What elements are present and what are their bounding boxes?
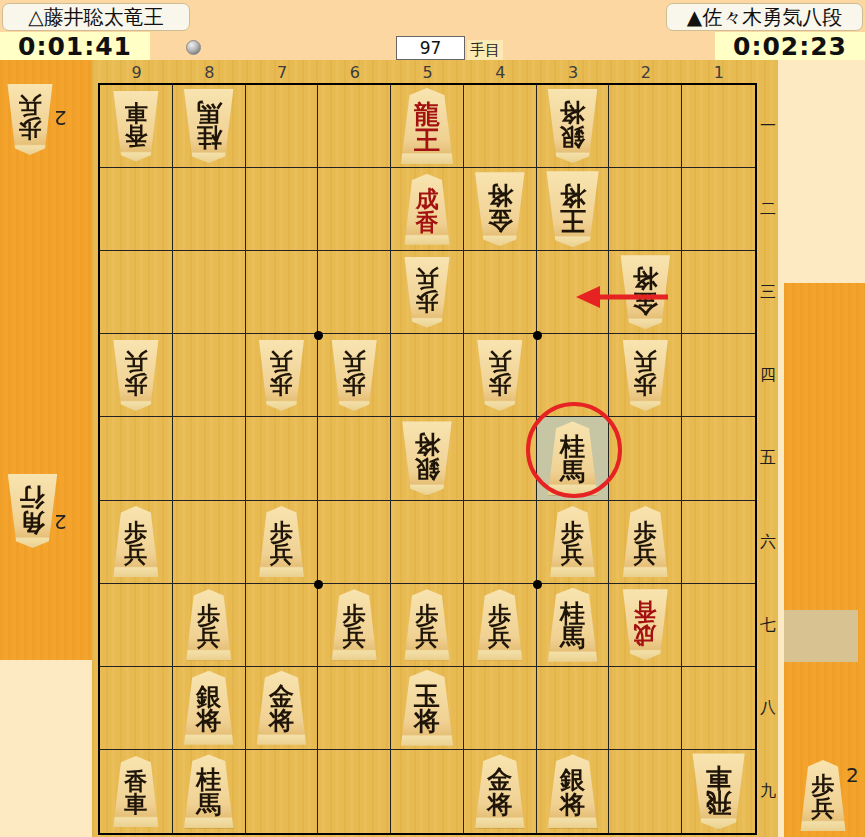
piece-label: 歩兵 <box>269 518 293 566</box>
piece-32-gote[interactable]: 王将 <box>544 171 602 247</box>
square-1-1[interactable] <box>682 85 755 168</box>
piece-label: 桂馬 <box>559 432 585 484</box>
square-8-3[interactable] <box>173 251 246 334</box>
hoshi-dot-2 <box>314 580 323 589</box>
piece-51-sente[interactable]: 龍王 <box>398 88 456 164</box>
square-9-3[interactable] <box>100 251 173 334</box>
square-1-3[interactable] <box>682 251 755 334</box>
piece-label: 桂馬 <box>196 100 222 152</box>
square-4-1[interactable] <box>464 85 537 168</box>
rank-label-8: 八 <box>757 667 779 750</box>
square-3-1[interactable]: 銀将 <box>537 85 610 168</box>
piece-58-sente[interactable]: 玉将 <box>398 670 456 746</box>
square-7-5[interactable] <box>246 417 319 500</box>
square-6-8[interactable] <box>318 667 391 750</box>
square-6-9[interactable] <box>318 750 391 833</box>
piece-label: 銀将 <box>196 682 222 734</box>
square-8-8[interactable]: 銀将 <box>173 667 246 750</box>
rank-label-3: 三 <box>757 251 779 334</box>
file-label-1: 1 <box>682 63 755 83</box>
piece-label: 歩兵 <box>415 601 439 649</box>
square-1-4[interactable] <box>682 334 755 417</box>
square-7-9[interactable] <box>246 750 319 833</box>
square-3-6[interactable]: 歩兵 <box>537 501 610 584</box>
piece-label: 歩兵 <box>560 518 584 566</box>
piece-label: 歩兵 <box>633 351 657 399</box>
piece-49-sente[interactable]: 金将 <box>472 754 527 828</box>
square-3-2[interactable]: 王将 <box>537 168 610 251</box>
square-7-6[interactable]: 歩兵 <box>246 501 319 584</box>
file-label-4: 4 <box>464 63 537 83</box>
piece-label: 金将 <box>487 183 513 235</box>
square-3-8[interactable] <box>537 667 610 750</box>
piece-27-gote[interactable]: 成香 <box>620 589 670 660</box>
piece-label: 龍王 <box>413 99 440 153</box>
piece-label: 成香 <box>415 185 439 233</box>
square-5-8[interactable]: 玉将 <box>391 667 464 750</box>
square-6-1[interactable] <box>318 85 391 168</box>
piece-87-sente[interactable]: 歩兵 <box>184 589 234 660</box>
square-9-2[interactable] <box>100 168 173 251</box>
file-label-8: 8 <box>173 63 246 83</box>
square-5-5[interactable]: 銀将 <box>391 417 464 500</box>
piece-91-gote[interactable]: 香車 <box>111 91 161 162</box>
piece-label: 桂馬 <box>559 599 585 651</box>
piece-81-gote[interactable]: 桂馬 <box>181 89 236 163</box>
square-6-6[interactable] <box>318 501 391 584</box>
rank-label-5: 五 <box>757 417 779 500</box>
square-9-6[interactable]: 歩兵 <box>100 501 173 584</box>
file-label-6: 6 <box>318 63 391 83</box>
piece-42-gote[interactable]: 金将 <box>472 172 527 246</box>
piece-96-sente[interactable]: 歩兵 <box>111 506 161 577</box>
square-2-4[interactable]: 歩兵 <box>609 334 682 417</box>
square-7-1[interactable] <box>246 85 319 168</box>
square-3-9[interactable]: 銀将 <box>537 750 610 833</box>
piece-label: 歩兵 <box>269 351 293 399</box>
square-7-2[interactable] <box>246 168 319 251</box>
gote-hand-panel <box>0 60 92 660</box>
piece-label: 金将 <box>487 765 513 817</box>
piece-89-sente[interactable]: 桂馬 <box>181 754 236 828</box>
piece-74-gote[interactable]: 歩兵 <box>256 340 306 411</box>
piece-52-sente[interactable]: 成香 <box>402 174 452 245</box>
piece-53-gote[interactable]: 歩兵 <box>402 257 452 328</box>
rank-label-2: 二 <box>757 168 779 251</box>
piece-26-sente[interactable]: 歩兵 <box>620 506 670 577</box>
square-8-1[interactable]: 桂馬 <box>173 85 246 168</box>
square-4-4[interactable]: 歩兵 <box>464 334 537 417</box>
square-3-4[interactable] <box>537 334 610 417</box>
piece-78-sente[interactable]: 金将 <box>254 671 309 745</box>
square-1-7[interactable] <box>682 584 755 667</box>
piece-label: 金将 <box>632 266 658 318</box>
move-number-label: 手目 <box>467 40 503 60</box>
piece-44-gote[interactable]: 歩兵 <box>475 340 525 411</box>
square-9-7[interactable] <box>100 584 173 667</box>
square-5-7[interactable]: 歩兵 <box>391 584 464 667</box>
piece-label: 歩兵 <box>415 268 439 316</box>
square-8-7[interactable]: 歩兵 <box>173 584 246 667</box>
piece-39-sente[interactable]: 銀将 <box>545 754 600 828</box>
square-1-6[interactable] <box>682 501 755 584</box>
piece-label: 歩兵 <box>197 601 221 649</box>
square-2-1[interactable] <box>609 85 682 168</box>
square-5-4[interactable] <box>391 334 464 417</box>
piece-47-sente[interactable]: 歩兵 <box>475 589 525 660</box>
square-5-1[interactable]: 龍王 <box>391 85 464 168</box>
piece-label: 桂馬 <box>196 765 222 817</box>
square-7-3[interactable] <box>246 251 319 334</box>
piece-label: 角行 <box>19 485 45 537</box>
piece-label: 歩兵 <box>124 518 148 566</box>
square-7-4[interactable]: 歩兵 <box>246 334 319 417</box>
square-4-7[interactable]: 歩兵 <box>464 584 537 667</box>
move-number-box[interactable]: 97 <box>396 36 465 60</box>
piece-64-gote[interactable]: 歩兵 <box>329 340 379 411</box>
piece-label: 歩兵 <box>124 351 148 399</box>
piece-19-gote[interactable]: 飛車 <box>690 753 748 829</box>
piece-label: 飛車 <box>705 764 732 818</box>
square-6-5[interactable] <box>318 417 391 500</box>
square-6-4[interactable]: 歩兵 <box>318 334 391 417</box>
square-1-9[interactable]: 飛車 <box>682 750 755 833</box>
piece-label: 歩兵 <box>18 95 42 143</box>
square-5-3[interactable]: 歩兵 <box>391 251 464 334</box>
square-6-7[interactable]: 歩兵 <box>318 584 391 667</box>
square-8-6[interactable] <box>173 501 246 584</box>
piece-label: 王将 <box>559 182 586 236</box>
square-4-8[interactable] <box>464 667 537 750</box>
piece-31-gote[interactable]: 銀将 <box>545 89 600 163</box>
piece-99-sente[interactable]: 香車 <box>111 756 161 827</box>
square-8-4[interactable] <box>173 334 246 417</box>
file-label-7: 7 <box>246 63 319 83</box>
rank-label-7: 七 <box>757 584 779 667</box>
square-5-9[interactable] <box>391 750 464 833</box>
square-6-2[interactable] <box>318 168 391 251</box>
gote-nameplate: △藤井聡太竜王 <box>2 3 190 31</box>
piece-23-gote[interactable]: 金将 <box>618 255 673 329</box>
piece-94-gote[interactable]: 歩兵 <box>111 340 161 411</box>
square-1-2[interactable] <box>682 168 755 251</box>
gote-hand-count: 2 <box>54 510 67 534</box>
square-9-9[interactable]: 香車 <box>100 750 173 833</box>
gote-hand-count: 2 <box>54 106 67 130</box>
hoshi-dot-0 <box>314 331 323 340</box>
piece-label: 歩兵 <box>342 351 366 399</box>
square-7-8[interactable]: 金将 <box>246 667 319 750</box>
square-2-2[interactable] <box>609 168 682 251</box>
piece-label: 歩兵 <box>488 601 512 649</box>
piece-label: 玉将 <box>413 681 440 735</box>
piece-35-sente[interactable]: 桂馬 <box>545 421 600 495</box>
piece-37-sente[interactable]: 桂馬 <box>545 588 600 662</box>
square-4-6[interactable] <box>464 501 537 584</box>
file-label-3: 3 <box>537 63 610 83</box>
sente-nameplate: ▲佐々木勇気八段 <box>666 3 863 31</box>
piece-label: 香車 <box>124 102 148 150</box>
piece-label: 成香 <box>633 601 657 649</box>
sente-hand-count: 2 <box>846 763 859 787</box>
square-4-2[interactable]: 金将 <box>464 168 537 251</box>
piece-label: 歩兵 <box>633 518 657 566</box>
sente-hand-panel <box>784 283 865 837</box>
shogi-board: 香車桂馬龍王銀将成香金将王将歩兵金将歩兵歩兵歩兵歩兵歩兵銀将桂馬歩兵歩兵歩兵歩兵… <box>98 83 757 835</box>
square-8-9[interactable]: 桂馬 <box>173 750 246 833</box>
piece-label: 銀将 <box>559 100 585 152</box>
rank-label-1: 一 <box>757 85 779 168</box>
file-label-9: 9 <box>100 63 173 83</box>
sente-name-label: ▲佐々木勇気八段 <box>687 4 842 31</box>
status-ball-icon <box>186 40 201 55</box>
square-9-5[interactable] <box>100 417 173 500</box>
piece-57-sente[interactable]: 歩兵 <box>402 589 452 660</box>
square-3-7[interactable]: 桂馬 <box>537 584 610 667</box>
file-label-5: 5 <box>391 63 464 83</box>
gote-name-label: △藤井聡太竜王 <box>28 4 163 31</box>
square-1-8[interactable] <box>682 667 755 750</box>
rank-label-6: 六 <box>757 501 779 584</box>
square-8-5[interactable] <box>173 417 246 500</box>
square-1-5[interactable] <box>682 417 755 500</box>
piece-label: 銀将 <box>559 765 585 817</box>
square-3-3[interactable] <box>537 251 610 334</box>
square-4-3[interactable] <box>464 251 537 334</box>
komadai-patch <box>784 610 858 662</box>
piece-label: 金将 <box>268 682 294 734</box>
square-2-7[interactable]: 成香 <box>609 584 682 667</box>
hoshi-dot-1 <box>533 331 542 340</box>
square-9-8[interactable] <box>100 667 173 750</box>
square-4-5[interactable] <box>464 417 537 500</box>
square-5-6[interactable] <box>391 501 464 584</box>
square-2-9[interactable] <box>609 750 682 833</box>
piece-label: 歩兵 <box>811 771 835 819</box>
piece-36-sente[interactable]: 歩兵 <box>548 506 598 577</box>
square-2-5[interactable] <box>609 417 682 500</box>
piece-76-sente[interactable]: 歩兵 <box>256 506 306 577</box>
piece-24-gote[interactable]: 歩兵 <box>620 340 670 411</box>
square-4-9[interactable]: 金将 <box>464 750 537 833</box>
square-9-1[interactable]: 香車 <box>100 85 173 168</box>
square-2-6[interactable]: 歩兵 <box>609 501 682 584</box>
square-2-8[interactable] <box>609 667 682 750</box>
gote-clock: 0:01:41 <box>0 32 150 60</box>
piece-label: 銀将 <box>414 432 440 484</box>
rank-label-4: 四 <box>757 334 779 417</box>
piece-label: 香車 <box>124 767 148 815</box>
piece-label: 歩兵 <box>488 351 512 399</box>
square-2-3[interactable]: 金将 <box>609 251 682 334</box>
square-9-4[interactable]: 歩兵 <box>100 334 173 417</box>
square-8-2[interactable] <box>173 168 246 251</box>
piece-55-gote[interactable]: 銀将 <box>399 421 454 495</box>
piece-67-sente[interactable]: 歩兵 <box>329 589 379 660</box>
square-7-7[interactable] <box>246 584 319 667</box>
rank-label-9: 九 <box>757 750 779 833</box>
piece-88-sente[interactable]: 銀将 <box>181 671 236 745</box>
sente-clock: 0:02:23 <box>715 32 865 60</box>
file-label-2: 2 <box>609 63 682 83</box>
hoshi-dot-3 <box>533 580 542 589</box>
square-6-3[interactable] <box>318 251 391 334</box>
piece-label: 歩兵 <box>342 601 366 649</box>
square-3-5[interactable]: 桂馬 <box>537 417 610 500</box>
square-5-2[interactable]: 成香 <box>391 168 464 251</box>
